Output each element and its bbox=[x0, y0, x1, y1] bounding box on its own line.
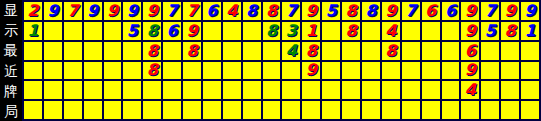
cell-r6c15 bbox=[302, 101, 320, 119]
cell-r6c21 bbox=[422, 101, 440, 119]
title-char-4: 近 bbox=[0, 61, 22, 81]
cell-r2c23: 9 bbox=[461, 22, 479, 40]
cell-r4c16 bbox=[322, 62, 340, 80]
cell-r3c3 bbox=[64, 42, 82, 60]
cell-r4c12 bbox=[243, 62, 261, 80]
cell-r5c7 bbox=[143, 81, 161, 99]
cell-r5c3 bbox=[64, 81, 82, 99]
cell-r6c5 bbox=[104, 101, 122, 119]
cell-r1c21: 6 bbox=[422, 2, 440, 20]
cell-r4c22 bbox=[442, 62, 460, 80]
cell-r5c13 bbox=[263, 81, 281, 99]
cell-r3c1 bbox=[24, 42, 42, 60]
cell-r5c8 bbox=[163, 81, 181, 99]
cell-r6c20 bbox=[402, 101, 420, 119]
cell-r4c11 bbox=[223, 62, 241, 80]
cell-r5c18 bbox=[362, 81, 380, 99]
cell-r1c5: 9 bbox=[104, 2, 122, 20]
cell-r1c4: 9 bbox=[84, 2, 102, 20]
cell-r6c25 bbox=[501, 101, 519, 119]
cell-r5c16 bbox=[322, 81, 340, 99]
cell-r6c3 bbox=[64, 101, 82, 119]
title-char-5: 牌 bbox=[0, 81, 22, 101]
cell-r4c5 bbox=[104, 62, 122, 80]
cell-r2c14: 3 bbox=[282, 22, 300, 40]
cell-r3c21 bbox=[422, 42, 440, 60]
cell-r2c9: 9 bbox=[183, 22, 201, 40]
cell-r2c8: 6 bbox=[163, 22, 181, 40]
cell-r3c23: 6 bbox=[461, 42, 479, 60]
cell-r2c16 bbox=[322, 22, 340, 40]
cell-r4c4 bbox=[84, 62, 102, 80]
cell-r1c12: 8 bbox=[243, 2, 261, 20]
cell-r2c20 bbox=[402, 22, 420, 40]
cell-r6c6 bbox=[123, 101, 141, 119]
cell-r1c3: 7 bbox=[64, 2, 82, 20]
cell-r5c11 bbox=[223, 81, 241, 99]
cell-r6c17 bbox=[342, 101, 360, 119]
cell-r3c20 bbox=[402, 42, 420, 60]
cell-r5c25 bbox=[501, 81, 519, 99]
cell-r5c12 bbox=[243, 81, 261, 99]
cell-r3c24 bbox=[481, 42, 499, 60]
cell-r2c4 bbox=[84, 22, 102, 40]
cell-r5c19 bbox=[382, 81, 400, 99]
cell-r3c4 bbox=[84, 42, 102, 60]
cell-r3c8 bbox=[163, 42, 181, 60]
cell-r2c2 bbox=[44, 22, 62, 40]
cell-r1c10: 6 bbox=[203, 2, 221, 20]
cell-r1c19: 9 bbox=[382, 2, 400, 20]
cell-r2c25: 8 bbox=[501, 22, 519, 40]
cell-r4c21 bbox=[422, 62, 440, 80]
cell-r1c6: 9 bbox=[123, 2, 141, 20]
cell-r6c16 bbox=[322, 101, 340, 119]
cell-r5c2 bbox=[44, 81, 62, 99]
cell-r6c24 bbox=[481, 101, 499, 119]
cell-r5c14 bbox=[282, 81, 300, 99]
cell-r1c14: 7 bbox=[282, 2, 300, 20]
title-char-2: 示 bbox=[0, 20, 22, 40]
cell-r3c9: 8 bbox=[183, 42, 201, 60]
cell-r2c3 bbox=[64, 22, 82, 40]
cell-r6c10 bbox=[203, 101, 221, 119]
cell-r6c22 bbox=[442, 101, 460, 119]
cell-r5c5 bbox=[104, 81, 122, 99]
cell-r2c1: 1 bbox=[24, 22, 42, 40]
cell-r4c7: 8 bbox=[143, 62, 161, 80]
cell-r6c4 bbox=[84, 101, 102, 119]
cell-r5c9 bbox=[183, 81, 201, 99]
cell-r5c4 bbox=[84, 81, 102, 99]
title-char-6: 局 bbox=[0, 101, 22, 121]
cell-r1c8: 7 bbox=[163, 2, 181, 20]
cell-r1c20: 7 bbox=[402, 2, 420, 20]
cell-r3c11 bbox=[223, 42, 241, 60]
cell-r2c19: 4 bbox=[382, 22, 400, 40]
cell-r4c9 bbox=[183, 62, 201, 80]
cell-r4c13 bbox=[263, 62, 281, 80]
cell-r4c10 bbox=[203, 62, 221, 80]
cell-r6c2 bbox=[44, 101, 62, 119]
cell-r4c1 bbox=[24, 62, 42, 80]
cell-r3c7: 8 bbox=[143, 42, 161, 60]
cell-r4c6 bbox=[123, 62, 141, 80]
cell-r5c10 bbox=[203, 81, 221, 99]
cell-r6c18 bbox=[362, 101, 380, 119]
cell-r1c22: 6 bbox=[442, 2, 460, 20]
cell-r4c26 bbox=[521, 62, 539, 80]
cell-r6c8 bbox=[163, 101, 181, 119]
cell-r4c24 bbox=[481, 62, 499, 80]
cell-r1c9: 7 bbox=[183, 2, 201, 20]
cell-r1c24: 7 bbox=[481, 2, 499, 20]
cell-r4c15: 9 bbox=[302, 62, 320, 80]
cell-r1c26: 9 bbox=[521, 2, 539, 20]
cell-r5c20 bbox=[402, 81, 420, 99]
cell-r3c13 bbox=[263, 42, 281, 60]
cell-r3c5 bbox=[104, 42, 122, 60]
cell-r4c17 bbox=[342, 62, 360, 80]
cell-r1c25: 9 bbox=[501, 2, 519, 20]
cell-r4c23: 9 bbox=[461, 62, 479, 80]
cell-r2c11 bbox=[223, 22, 241, 40]
cell-r2c6: 5 bbox=[123, 22, 141, 40]
cell-r1c18: 8 bbox=[362, 2, 380, 20]
cell-r1c23: 9 bbox=[461, 2, 479, 20]
cell-r2c13: 8 bbox=[263, 22, 281, 40]
cell-r5c26 bbox=[521, 81, 539, 99]
cell-r2c18 bbox=[362, 22, 380, 40]
cell-r3c10 bbox=[203, 42, 221, 60]
cell-r3c18 bbox=[362, 42, 380, 60]
cell-r1c17: 8 bbox=[342, 2, 360, 20]
cell-r6c26 bbox=[521, 101, 539, 119]
cell-r3c25 bbox=[501, 42, 519, 60]
cell-r2c5 bbox=[104, 22, 122, 40]
cell-r5c22 bbox=[442, 81, 460, 99]
cell-r6c14 bbox=[282, 101, 300, 119]
cell-r3c15: 8 bbox=[302, 42, 320, 60]
cell-r1c11: 4 bbox=[223, 2, 241, 20]
cell-r3c14: 4 bbox=[282, 42, 300, 60]
cell-r1c16: 5 bbox=[322, 2, 340, 20]
cell-r6c1 bbox=[24, 101, 42, 119]
cell-r4c2 bbox=[44, 62, 62, 80]
cell-r4c14 bbox=[282, 62, 300, 80]
title-char-1: 显 bbox=[0, 0, 22, 20]
cell-r2c24: 5 bbox=[481, 22, 499, 40]
cell-r5c1 bbox=[24, 81, 42, 99]
cell-r3c16 bbox=[322, 42, 340, 60]
cell-r3c6 bbox=[123, 42, 141, 60]
cell-r4c19 bbox=[382, 62, 400, 80]
cell-r4c25 bbox=[501, 62, 519, 80]
board-title-vertical: 显示最近牌局 bbox=[0, 0, 22, 121]
cell-r3c12 bbox=[243, 42, 261, 60]
cell-r1c7: 9 bbox=[143, 2, 161, 20]
cell-r5c15 bbox=[302, 81, 320, 99]
cell-r2c12 bbox=[243, 22, 261, 40]
cell-r3c26 bbox=[521, 42, 539, 60]
cell-r4c8 bbox=[163, 62, 181, 80]
recent-games-board: 显示最近牌局 297999977648879588976697991586983… bbox=[0, 0, 541, 121]
cell-r5c24 bbox=[481, 81, 499, 99]
cell-r2c7: 8 bbox=[143, 22, 161, 40]
cell-r2c21 bbox=[422, 22, 440, 40]
cell-r6c11 bbox=[223, 101, 241, 119]
cell-r5c23: 4 bbox=[461, 81, 479, 99]
cell-r3c19: 8 bbox=[382, 42, 400, 60]
cell-r5c17 bbox=[342, 81, 360, 99]
cell-r5c6 bbox=[123, 81, 141, 99]
cell-r3c17 bbox=[342, 42, 360, 60]
cell-r2c22 bbox=[442, 22, 460, 40]
results-grid: 2979999776488795889766979915869831849581… bbox=[22, 0, 541, 121]
cell-r2c15: 1 bbox=[302, 22, 320, 40]
title-char-3: 最 bbox=[0, 40, 22, 60]
cell-r6c19 bbox=[382, 101, 400, 119]
cell-r1c13: 8 bbox=[263, 2, 281, 20]
cell-r6c13 bbox=[263, 101, 281, 119]
cell-r6c9 bbox=[183, 101, 201, 119]
cell-r6c7 bbox=[143, 101, 161, 119]
cell-r2c17: 8 bbox=[342, 22, 360, 40]
cell-r4c18 bbox=[362, 62, 380, 80]
cell-r2c26: 1 bbox=[521, 22, 539, 40]
cell-r6c23 bbox=[461, 101, 479, 119]
cell-r1c15: 9 bbox=[302, 2, 320, 20]
cell-r3c22 bbox=[442, 42, 460, 60]
cell-r6c12 bbox=[243, 101, 261, 119]
cell-r3c2 bbox=[44, 42, 62, 60]
cell-r5c21 bbox=[422, 81, 440, 99]
cell-r2c10 bbox=[203, 22, 221, 40]
cell-r1c2: 9 bbox=[44, 2, 62, 20]
cell-r1c1: 2 bbox=[24, 2, 42, 20]
cell-r4c20 bbox=[402, 62, 420, 80]
cell-r4c3 bbox=[64, 62, 82, 80]
